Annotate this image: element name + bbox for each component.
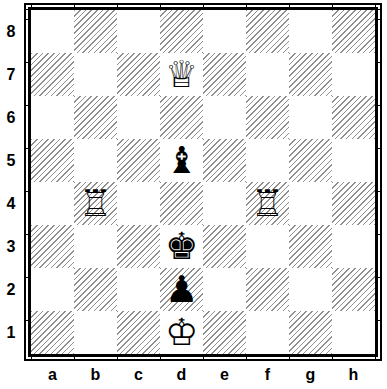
- square-a5[interactable]: [31, 139, 74, 182]
- square-g5[interactable]: [289, 139, 332, 182]
- square-f3[interactable]: [246, 225, 289, 268]
- square-f4[interactable]: ♖: [246, 182, 289, 225]
- square-d6[interactable]: [160, 96, 203, 139]
- rank-label-3: 3: [0, 225, 22, 268]
- square-h7[interactable]: [332, 53, 375, 96]
- square-b7[interactable]: [74, 53, 117, 96]
- square-e8[interactable]: [203, 10, 246, 53]
- square-g7[interactable]: [289, 53, 332, 96]
- square-f2[interactable]: [246, 268, 289, 311]
- chess-diagram: 87654321 ♕♝♖♖♚♟♔ abcdefgh: [0, 0, 387, 389]
- square-c5[interactable]: [117, 139, 160, 182]
- rank-label-4: 4: [0, 182, 22, 225]
- square-b8[interactable]: [74, 10, 117, 53]
- square-f7[interactable]: [246, 53, 289, 96]
- square-f1[interactable]: [246, 311, 289, 354]
- chess-board: ♕♝♖♖♚♟♔: [28, 7, 378, 357]
- file-labels: abcdefgh: [31, 363, 375, 387]
- square-a2[interactable]: [31, 268, 74, 311]
- square-h2[interactable]: [332, 268, 375, 311]
- file-label-d: d: [160, 363, 203, 387]
- square-b1[interactable]: [74, 311, 117, 354]
- square-f8[interactable]: [246, 10, 289, 53]
- square-b2[interactable]: [74, 268, 117, 311]
- rank-label-7: 7: [0, 53, 22, 96]
- square-a6[interactable]: [31, 96, 74, 139]
- board-frame: ♕♝♖♖♚♟♔: [24, 3, 382, 361]
- square-e4[interactable]: [203, 182, 246, 225]
- square-e2[interactable]: [203, 268, 246, 311]
- piece-white-rook[interactable]: ♖: [251, 182, 284, 225]
- square-b3[interactable]: [74, 225, 117, 268]
- square-d5[interactable]: ♝: [160, 139, 203, 182]
- square-b6[interactable]: [74, 96, 117, 139]
- square-h1[interactable]: [332, 311, 375, 354]
- square-a4[interactable]: [31, 182, 74, 225]
- square-g4[interactable]: [289, 182, 332, 225]
- square-e3[interactable]: [203, 225, 246, 268]
- rank-label-5: 5: [0, 139, 22, 182]
- square-e7[interactable]: [203, 53, 246, 96]
- square-g2[interactable]: [289, 268, 332, 311]
- square-d2[interactable]: ♟: [160, 268, 203, 311]
- square-e5[interactable]: [203, 139, 246, 182]
- square-e6[interactable]: [203, 96, 246, 139]
- square-c6[interactable]: [117, 96, 160, 139]
- square-h4[interactable]: [332, 182, 375, 225]
- square-f6[interactable]: [246, 96, 289, 139]
- rank-labels: 87654321: [0, 10, 22, 354]
- piece-white-rook[interactable]: ♖: [79, 182, 112, 225]
- square-b4[interactable]: ♖: [74, 182, 117, 225]
- piece-black-king[interactable]: ♚: [165, 225, 198, 268]
- rank-label-2: 2: [0, 268, 22, 311]
- file-label-e: e: [203, 363, 246, 387]
- square-d3[interactable]: ♚: [160, 225, 203, 268]
- square-c3[interactable]: [117, 225, 160, 268]
- piece-black-bishop[interactable]: ♝: [165, 139, 198, 182]
- square-c1[interactable]: [117, 311, 160, 354]
- square-c4[interactable]: [117, 182, 160, 225]
- piece-white-queen[interactable]: ♕: [165, 53, 198, 96]
- square-a3[interactable]: [31, 225, 74, 268]
- file-label-c: c: [117, 363, 160, 387]
- square-d4[interactable]: [160, 182, 203, 225]
- piece-white-king[interactable]: ♔: [165, 311, 198, 354]
- file-label-f: f: [246, 363, 289, 387]
- square-d1[interactable]: ♔: [160, 311, 203, 354]
- file-label-h: h: [332, 363, 375, 387]
- square-d8[interactable]: [160, 10, 203, 53]
- square-g6[interactable]: [289, 96, 332, 139]
- piece-black-pawn[interactable]: ♟: [165, 268, 198, 311]
- square-a8[interactable]: [31, 10, 74, 53]
- square-e1[interactable]: [203, 311, 246, 354]
- square-h5[interactable]: [332, 139, 375, 182]
- square-b5[interactable]: [74, 139, 117, 182]
- square-h3[interactable]: [332, 225, 375, 268]
- square-d7[interactable]: ♕: [160, 53, 203, 96]
- file-label-g: g: [289, 363, 332, 387]
- rank-label-6: 6: [0, 96, 22, 139]
- square-h6[interactable]: [332, 96, 375, 139]
- square-g3[interactable]: [289, 225, 332, 268]
- square-c2[interactable]: [117, 268, 160, 311]
- square-g1[interactable]: [289, 311, 332, 354]
- file-label-a: a: [31, 363, 74, 387]
- square-f5[interactable]: [246, 139, 289, 182]
- square-a7[interactable]: [31, 53, 74, 96]
- square-a1[interactable]: [31, 311, 74, 354]
- file-label-b: b: [74, 363, 117, 387]
- square-h8[interactable]: [332, 10, 375, 53]
- rank-label-8: 8: [0, 10, 22, 53]
- square-c8[interactable]: [117, 10, 160, 53]
- square-c7[interactable]: [117, 53, 160, 96]
- square-g8[interactable]: [289, 10, 332, 53]
- rank-label-1: 1: [0, 311, 22, 354]
